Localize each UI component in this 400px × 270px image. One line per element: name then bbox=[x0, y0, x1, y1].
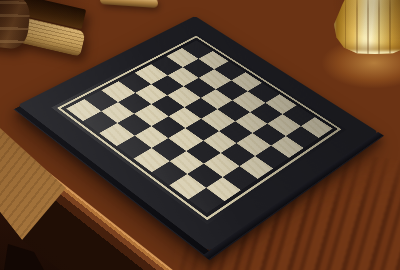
scene bbox=[0, 0, 400, 270]
chessboard-wrap bbox=[0, 0, 400, 270]
board-field bbox=[66, 40, 332, 213]
chessboard bbox=[18, 16, 378, 251]
